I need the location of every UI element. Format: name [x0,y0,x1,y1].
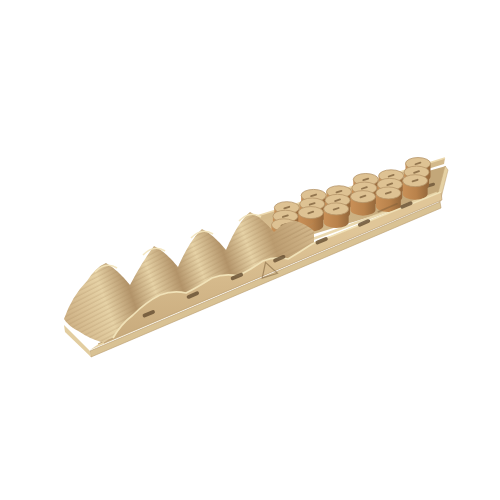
board-illustration [0,0,500,500]
puck[interactable] [350,191,375,216]
puck[interactable] [324,203,349,228]
product-photo: wooden wave-and-puck board (laser-cut pl… [0,0,500,500]
puck[interactable] [403,175,428,200]
